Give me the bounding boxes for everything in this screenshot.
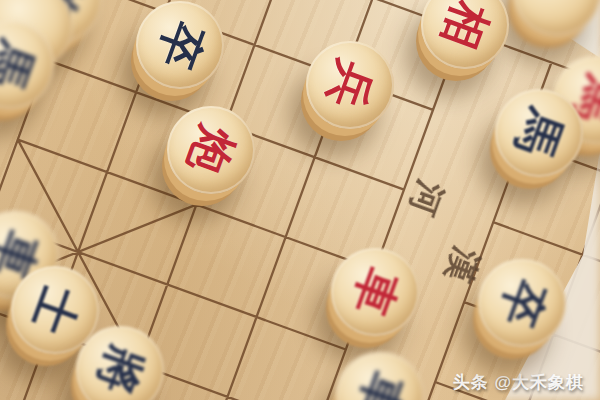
piece-character: 士 (25, 280, 84, 339)
piece-character: 車 (350, 367, 409, 400)
piece-character: 將 (91, 341, 150, 400)
piece-red-chariot[interactable]: 車 (331, 248, 419, 336)
piece-black-soldier[interactable]: 卒 (478, 259, 566, 347)
piece-black-soldier[interactable]: 卒 (136, 1, 224, 89)
piece-character: 馬 (510, 104, 569, 163)
piece-character: 馬 (0, 35, 39, 94)
piece-character: 相 (436, 0, 495, 54)
piece-character: 卒 (493, 273, 552, 332)
piece-character: 車 (345, 262, 404, 321)
xiangqi-photo: 河漢 炮相卒馬兵馬馬炮車車卒士將車 头条 @大禾象棋 (0, 0, 600, 400)
watermark: 头条 @大禾象棋 (453, 371, 584, 394)
piece-character: 兵 (320, 56, 379, 115)
piece-red-cannon[interactable]: 炮 (167, 106, 255, 194)
piece-character: 卒 (151, 16, 210, 75)
piece-red-soldier[interactable]: 兵 (306, 41, 394, 129)
piece-character: 炮 (182, 120, 241, 179)
